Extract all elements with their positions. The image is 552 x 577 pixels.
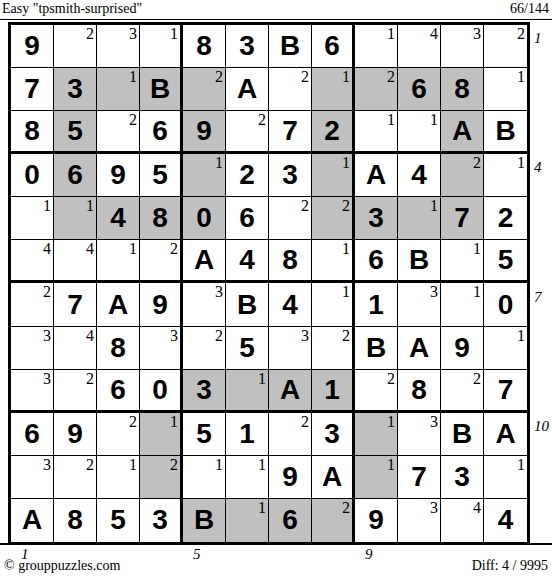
cell-r7c3[interactable]: A: [97, 283, 140, 326]
cell-r8c12[interactable]: 1: [484, 327, 527, 370]
pencil-mark: 3: [43, 327, 51, 344]
pencil-mark: 3: [430, 283, 438, 300]
cell-value: 4: [398, 154, 440, 196]
cell-r6c8[interactable]: 1: [312, 240, 355, 283]
cell-r8c4[interactable]: 3: [140, 327, 183, 370]
cell-r2c5[interactable]: 2: [183, 68, 226, 111]
cell-r4c6[interactable]: 2: [226, 154, 269, 197]
cell-r4c12[interactable]: 1: [484, 154, 527, 197]
cell-r5c9[interactable]: 3: [355, 197, 398, 240]
cell-value: 4: [269, 283, 311, 325]
cell-r11c7[interactable]: 9: [269, 456, 312, 499]
cell-value: 6: [312, 25, 352, 67]
cell-value: 7: [484, 370, 527, 410]
cell-r12c6[interactable]: 1: [226, 499, 269, 542]
cell-r7c6[interactable]: B: [226, 283, 269, 326]
pencil-mark: 1: [517, 456, 525, 473]
cell-value: B: [269, 25, 311, 67]
cell-value: 7: [398, 456, 440, 498]
cell-r6c11[interactable]: 1: [441, 240, 484, 283]
pencil-mark: 2: [86, 25, 94, 42]
pencil-mark: 3: [215, 283, 223, 300]
cell-r10c1[interactable]: 6: [11, 413, 54, 456]
cell-r11c9[interactable]: 1: [355, 456, 398, 499]
cell-value: 7: [441, 197, 483, 239]
cell-r1c10[interactable]: 4: [398, 25, 441, 68]
cell-value: 3: [441, 456, 483, 498]
pencil-mark: 1: [170, 25, 178, 42]
cell-r10c11[interactable]: B: [441, 413, 484, 456]
cell-r6c4[interactable]: 2: [140, 240, 183, 283]
cell-r12c7[interactable]: 6: [269, 499, 312, 542]
pencil-mark: 1: [170, 413, 178, 430]
cell-r4c3[interactable]: 9: [97, 154, 140, 197]
cell-r4c4[interactable]: 5: [140, 154, 183, 197]
cell-r4c9[interactable]: A: [355, 154, 398, 197]
cell-value: 3: [355, 197, 397, 239]
puzzle-header: Easy "tpsmith-surprised" 66/144: [0, 0, 552, 20]
cell-r12c10[interactable]: 3: [398, 499, 441, 542]
pencil-mark: 1: [387, 413, 395, 430]
cell-r9c4[interactable]: 0: [140, 370, 183, 413]
cell-r7c2[interactable]: 7: [54, 283, 97, 326]
cell-r8c5[interactable]: 2: [183, 327, 226, 370]
cell-value: 7: [11, 68, 53, 110]
copyright-text: © grouppuzzles.com: [4, 558, 120, 577]
cell-r11c1[interactable]: 3: [11, 456, 54, 499]
cell-value: 9: [97, 154, 139, 196]
cell-r1c3[interactable]: 3: [97, 25, 140, 68]
cell-value: A: [441, 111, 483, 151]
cell-r9c9[interactable]: 2: [355, 370, 398, 413]
cell-r8c1[interactable]: 3: [11, 327, 54, 370]
cell-r2c9[interactable]: 2: [355, 68, 398, 111]
row-label-7: 7: [534, 290, 542, 305]
pencil-mark: 1: [387, 456, 395, 473]
cell-value: 4: [226, 240, 268, 280]
cell-value: 0: [11, 154, 53, 196]
cell-r5c8[interactable]: 2: [312, 197, 355, 240]
cell-value: 5: [97, 499, 139, 542]
cell-r11c10[interactable]: 7: [398, 456, 441, 499]
cell-r5c7[interactable]: 2: [269, 197, 312, 240]
cell-r2c11[interactable]: 8: [441, 68, 484, 111]
cell-r9c11[interactable]: 2: [441, 370, 484, 413]
cell-r2c7[interactable]: 2: [269, 68, 312, 111]
cell-r10c12[interactable]: A: [484, 413, 527, 456]
cell-r3c3[interactable]: 2: [97, 111, 140, 154]
cell-r10c8[interactable]: 3: [312, 413, 355, 456]
cell-r5c3[interactable]: 4: [97, 197, 140, 240]
cell-r5c6[interactable]: 6: [226, 197, 269, 240]
cell-value: 7: [269, 111, 311, 151]
cell-r4c5[interactable]: 1: [183, 154, 226, 197]
cell-r6c5[interactable]: A: [183, 240, 226, 283]
pencil-mark: 1: [129, 456, 137, 473]
pencil-mark: 2: [387, 68, 395, 85]
puzzle-title: Easy "tpsmith-surprised": [0, 0, 142, 17]
cell-r6c1[interactable]: 4: [11, 240, 54, 283]
cell-r10c10[interactable]: 3: [398, 413, 441, 456]
cell-r5c4[interactable]: 8: [140, 197, 183, 240]
pencil-mark: 2: [517, 25, 525, 42]
cell-value: 8: [97, 327, 139, 369]
cell-r5c2[interactable]: 1: [54, 197, 97, 240]
cell-value: 3: [269, 154, 311, 196]
cell-r6c3[interactable]: 1: [97, 240, 140, 283]
cell-value: 8: [398, 370, 440, 410]
cell-value: 3: [312, 413, 352, 455]
cell-value: 2: [226, 154, 268, 196]
pencil-mark: 3: [170, 327, 178, 344]
cell-r3c10[interactable]: 1: [398, 111, 441, 154]
pencil-mark: 4: [473, 499, 481, 516]
cell-r3c9[interactable]: 1: [355, 111, 398, 154]
cell-r5c10[interactable]: 1: [398, 197, 441, 240]
cell-r8c7[interactable]: 3: [269, 327, 312, 370]
cell-value: 9: [183, 111, 225, 151]
cell-value: 1: [355, 283, 397, 325]
cell-value: 5: [183, 413, 225, 455]
cell-r2c1[interactable]: 7: [11, 68, 54, 111]
pencil-mark: 1: [215, 154, 223, 171]
cell-value: 6: [54, 154, 96, 196]
cell-r2c4[interactable]: B: [140, 68, 183, 111]
cell-value: 3: [226, 25, 268, 67]
cell-r9c7[interactable]: A: [269, 370, 312, 413]
cell-r11c6[interactable]: 1: [226, 456, 269, 499]
cell-r12c3[interactable]: 5: [97, 499, 140, 542]
cell-value: 3: [183, 370, 225, 410]
cell-value: 1: [226, 413, 268, 455]
cell-value: 6: [355, 240, 397, 280]
pencil-mark: 2: [342, 327, 350, 344]
cell-value: 6: [140, 111, 180, 151]
pencil-mark: 1: [342, 283, 350, 300]
cell-r7c7[interactable]: 4: [269, 283, 312, 326]
cell-r7c10[interactable]: 3: [398, 283, 441, 326]
cell-value: 2: [312, 111, 352, 151]
cell-r11c4[interactable]: 2: [140, 456, 183, 499]
cell-r4c2[interactable]: 6: [54, 154, 97, 197]
cell-r1c7[interactable]: B: [269, 25, 312, 68]
pencil-mark: 1: [129, 240, 137, 257]
cell-r11c11[interactable]: 3: [441, 456, 484, 499]
cell-r2c8[interactable]: 1: [312, 68, 355, 111]
cell-r12c12[interactable]: 4: [484, 499, 527, 542]
cell-r12c2[interactable]: 8: [54, 499, 97, 542]
cell-value: B: [140, 68, 180, 110]
pencil-mark: 2: [215, 68, 223, 85]
cell-r12c8[interactable]: 2: [312, 499, 355, 542]
cell-r9c12[interactable]: 7: [484, 370, 527, 413]
cell-value: B: [183, 499, 225, 542]
cell-value: A: [97, 283, 139, 325]
cell-r1c12[interactable]: 2: [484, 25, 527, 68]
cell-r1c2[interactable]: 2: [54, 25, 97, 68]
cell-r9c1[interactable]: 3: [11, 370, 54, 413]
cell-r7c8[interactable]: 1: [312, 283, 355, 326]
pencil-mark: 2: [301, 197, 309, 214]
cell-value: 5: [484, 240, 527, 280]
cell-r8c10[interactable]: A: [398, 327, 441, 370]
pencil-mark: 3: [43, 456, 51, 473]
cell-value: 2: [484, 197, 527, 239]
cell-r2c6[interactable]: A: [226, 68, 269, 111]
pencil-mark: 2: [473, 370, 481, 387]
pencil-mark: 1: [342, 240, 350, 257]
cell-value: B: [441, 413, 483, 455]
cell-value: A: [398, 327, 440, 369]
cell-r6c12[interactable]: 5: [484, 240, 527, 283]
pencil-mark: 2: [86, 370, 94, 387]
pencil-mark: 3: [301, 327, 309, 344]
cell-r12c4[interactable]: 3: [140, 499, 183, 542]
pencil-mark: 1: [387, 111, 395, 128]
pencil-mark: 2: [129, 413, 137, 430]
cell-r3c4[interactable]: 6: [140, 111, 183, 154]
cell-value: 3: [140, 499, 180, 542]
cell-r3c7[interactable]: 7: [269, 111, 312, 154]
cell-r5c1[interactable]: 1: [11, 197, 54, 240]
pencil-mark: 1: [517, 68, 525, 85]
cell-r10c5[interactable]: 5: [183, 413, 226, 456]
cell-value: B: [398, 240, 440, 280]
pencil-mark: 2: [342, 499, 350, 516]
cell-value: B: [355, 327, 397, 369]
cell-value: 6: [398, 68, 440, 110]
cell-r5c12[interactable]: 2: [484, 197, 527, 240]
cell-r1c5[interactable]: 8: [183, 25, 226, 68]
cell-r12c11[interactable]: 4: [441, 499, 484, 542]
cell-r11c2[interactable]: 2: [54, 456, 97, 499]
cell-value: 0: [484, 283, 527, 325]
pencil-mark: 4: [86, 240, 94, 257]
cell-r8c6[interactable]: 5: [226, 327, 269, 370]
cell-value: 0: [140, 370, 180, 410]
cell-value: 8: [183, 25, 225, 67]
cell-value: A: [11, 499, 53, 542]
cell-r9c8[interactable]: 1: [312, 370, 355, 413]
cell-value: 4: [484, 499, 527, 542]
pencil-mark: 2: [43, 283, 51, 300]
cell-value: 4: [97, 197, 139, 239]
pencil-mark: 1: [129, 68, 137, 85]
sudoku-grid: 923183B61432731B2A2126818526927211AB0695…: [8, 22, 530, 545]
pencil-mark: 2: [387, 370, 395, 387]
cell-value: A: [269, 370, 311, 410]
pencil-mark: 1: [473, 283, 481, 300]
cell-r3c2[interactable]: 5: [54, 111, 97, 154]
cell-value: 9: [355, 499, 397, 542]
cell-r8c3[interactable]: 8: [97, 327, 140, 370]
pencil-mark: 1: [342, 154, 350, 171]
cell-value: A: [183, 240, 225, 280]
cell-value: 3: [54, 68, 96, 110]
pencil-mark: 2: [170, 456, 178, 473]
cell-r2c12[interactable]: 1: [484, 68, 527, 111]
cell-r1c8[interactable]: 6: [312, 25, 355, 68]
cell-r9c6[interactable]: 1: [226, 370, 269, 413]
pencil-mark: 1: [517, 327, 525, 344]
pencil-mark: 2: [170, 240, 178, 257]
cell-r4c8[interactable]: 1: [312, 154, 355, 197]
cell-value: 5: [140, 154, 180, 196]
pencil-mark: 1: [43, 197, 51, 214]
cell-r8c11[interactable]: 9: [441, 327, 484, 370]
cell-r6c10[interactable]: B: [398, 240, 441, 283]
pencil-mark: 3: [430, 499, 438, 516]
pencil-mark: 3: [473, 25, 481, 42]
pencil-mark: 2: [215, 327, 223, 344]
cell-r7c1[interactable]: 2: [11, 283, 54, 326]
cell-r3c1[interactable]: 8: [11, 111, 54, 154]
puzzle-counter: 66/144: [510, 0, 552, 17]
cell-r10c6[interactable]: 1: [226, 413, 269, 456]
row-label-10: 10: [534, 419, 549, 434]
cell-r1c1[interactable]: 9: [11, 25, 54, 68]
cell-value: 7: [54, 283, 96, 325]
cell-value: B: [484, 111, 527, 151]
pencil-mark: 2: [258, 111, 266, 128]
pencil-mark: 2: [86, 456, 94, 473]
cell-value: 8: [441, 68, 483, 110]
cell-r7c12[interactable]: 0: [484, 283, 527, 326]
cell-r8c8[interactable]: 2: [312, 327, 355, 370]
cell-r2c10[interactable]: 6: [398, 68, 441, 111]
pencil-mark: 2: [342, 197, 350, 214]
row-label-4: 4: [534, 160, 542, 175]
pencil-mark: 4: [43, 240, 51, 257]
difficulty-text: Diff: 4 / 9995: [472, 558, 548, 577]
pencil-mark: 1: [258, 370, 266, 387]
cell-value: 6: [269, 499, 311, 542]
cell-r3c12[interactable]: B: [484, 111, 527, 154]
cell-value: 1: [312, 370, 352, 410]
cell-r6c7[interactable]: 8: [269, 240, 312, 283]
pencil-mark: 1: [215, 456, 223, 473]
pencil-mark: 1: [86, 197, 94, 214]
cell-r5c5[interactable]: 0: [183, 197, 226, 240]
cell-r3c6[interactable]: 2: [226, 111, 269, 154]
cell-r9c10[interactable]: 8: [398, 370, 441, 413]
puzzle-footer: © grouppuzzles.com Diff: 4 / 9995: [0, 558, 552, 577]
cell-r4c10[interactable]: 4: [398, 154, 441, 197]
cell-r11c3[interactable]: 1: [97, 456, 140, 499]
cell-value: 6: [11, 413, 53, 455]
cell-value: 8: [269, 240, 311, 280]
cell-r6c6[interactable]: 4: [226, 240, 269, 283]
cell-r11c5[interactable]: 1: [183, 456, 226, 499]
cell-r4c7[interactable]: 3: [269, 154, 312, 197]
cell-r9c3[interactable]: 6: [97, 370, 140, 413]
cell-r1c4[interactable]: 1: [140, 25, 183, 68]
cell-r10c7[interactable]: 2: [269, 413, 312, 456]
pencil-mark: 1: [342, 68, 350, 85]
cell-r1c9[interactable]: 1: [355, 25, 398, 68]
pencil-mark: 1: [258, 499, 266, 516]
cell-r4c1[interactable]: 0: [11, 154, 54, 197]
cell-value: A: [312, 456, 352, 498]
cell-value: A: [484, 413, 527, 455]
cell-r4c11[interactable]: 2: [441, 154, 484, 197]
pencil-mark: 4: [430, 25, 438, 42]
cell-r7c9[interactable]: 1: [355, 283, 398, 326]
cell-value: A: [355, 154, 397, 196]
cell-value: 9: [11, 25, 53, 67]
cell-r12c9[interactable]: 9: [355, 499, 398, 542]
cell-value: 8: [11, 111, 53, 151]
cell-value: 5: [54, 111, 96, 151]
cell-r3c11[interactable]: A: [441, 111, 484, 154]
cell-r10c3[interactable]: 2: [97, 413, 140, 456]
cell-r9c2[interactable]: 2: [54, 370, 97, 413]
cell-r1c11[interactable]: 3: [441, 25, 484, 68]
cell-r9c5[interactable]: 3: [183, 370, 226, 413]
pencil-mark: 3: [129, 25, 137, 42]
cell-value: 9: [269, 456, 311, 498]
pencil-mark: 4: [86, 327, 94, 344]
pencil-mark: 1: [258, 456, 266, 473]
cell-value: 8: [54, 499, 96, 542]
cell-value: 9: [441, 327, 483, 369]
cell-r8c9[interactable]: B: [355, 327, 398, 370]
pencil-mark: 2: [301, 413, 309, 430]
cell-r11c8[interactable]: A: [312, 456, 355, 499]
cell-value: 5: [226, 327, 268, 369]
cell-r11c12[interactable]: 1: [484, 456, 527, 499]
pencil-mark: 2: [129, 111, 137, 128]
cell-r10c4[interactable]: 1: [140, 413, 183, 456]
pencil-mark: 2: [473, 154, 481, 171]
cell-r6c9[interactable]: 6: [355, 240, 398, 283]
pencil-mark: 1: [430, 197, 438, 214]
pencil-mark: 1: [473, 240, 481, 257]
cell-value: 0: [183, 197, 225, 239]
cell-r5c11[interactable]: 7: [441, 197, 484, 240]
cell-r2c2[interactable]: 3: [54, 68, 97, 111]
cell-r10c9[interactable]: 1: [355, 413, 398, 456]
pencil-mark: 2: [301, 68, 309, 85]
cell-r12c5[interactable]: B: [183, 499, 226, 542]
cell-r2c3[interactable]: 1: [97, 68, 140, 111]
cell-value: 8: [140, 197, 180, 239]
pencil-mark: 3: [43, 370, 51, 387]
pencil-mark: 1: [387, 25, 395, 42]
cell-value: 6: [226, 197, 268, 239]
cell-r1c6[interactable]: 3: [226, 25, 269, 68]
cell-value: 6: [97, 370, 139, 410]
cell-r12c1[interactable]: A: [11, 499, 54, 542]
cell-r7c11[interactable]: 1: [441, 283, 484, 326]
cell-value: A: [226, 68, 268, 110]
cell-r6c2[interactable]: 4: [54, 240, 97, 283]
row-label-1: 1: [534, 31, 542, 46]
cell-r10c2[interactable]: 9: [54, 413, 97, 456]
cell-value: B: [226, 283, 268, 325]
cell-r7c4[interactable]: 9: [140, 283, 183, 326]
cell-value: 9: [54, 413, 96, 455]
cell-r3c5[interactable]: 9: [183, 111, 226, 154]
cell-r7c5[interactable]: 3: [183, 283, 226, 326]
pencil-mark: 3: [430, 413, 438, 430]
pencil-mark: 1: [430, 111, 438, 128]
cell-value: 9: [140, 283, 180, 325]
cell-r8c2[interactable]: 4: [54, 327, 97, 370]
cell-r3c8[interactable]: 2: [312, 111, 355, 154]
pencil-mark: 1: [517, 154, 525, 171]
